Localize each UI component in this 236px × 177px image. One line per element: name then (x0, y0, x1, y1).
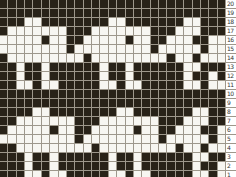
stitch-cell-r5-c27 (0, 135, 7, 143)
stitch-cell-r5-c18 (75, 135, 82, 143)
stitch-cell-r18-c6 (176, 18, 183, 26)
stitch-cell-r14-c2 (209, 54, 216, 62)
stitch-cell-r4-c24 (25, 144, 32, 152)
stitch-cell-r10-c20 (59, 90, 66, 98)
stitch-cell-r6-c12 (126, 126, 133, 134)
stitch-cell-r13-c24 (25, 63, 32, 71)
stitch-cell-r8-c7 (167, 108, 174, 116)
stitch-cell-r15-c12 (126, 45, 133, 53)
stitch-cell-r20-c3 (201, 0, 208, 8)
stitch-cell-r14-c1 (218, 54, 225, 62)
stitch-cell-r5-c7 (167, 135, 174, 143)
stitch-cell-r19-c7 (167, 9, 174, 17)
stitch-cell-r13-c18 (75, 63, 82, 71)
stitch-cell-r5-c5 (184, 135, 191, 143)
stitch-cell-r12-c20 (59, 72, 66, 80)
stitch-cell-r6-c7 (167, 126, 174, 134)
stitch-cell-r11-c10 (142, 81, 149, 89)
stitch-cell-r3-c27 (0, 153, 7, 161)
stitch-cell-r19-c15 (100, 9, 107, 17)
stitch-cell-r17-c17 (84, 27, 91, 35)
stitch-cell-r20-c10 (142, 0, 149, 8)
row-label-14: 14 (226, 54, 236, 62)
stitch-cell-r20-c18 (75, 0, 82, 8)
stitch-grid: 2019181716151413121110987654321272625242… (0, 0, 236, 177)
stitch-cell-r11-c13 (117, 81, 124, 89)
stitch-cell-r5-c8 (159, 135, 166, 143)
stitch-cell-r10-c4 (193, 90, 200, 98)
stitch-cell-r5-c26 (8, 135, 15, 143)
stitch-cell-r8-c19 (67, 108, 74, 116)
stitch-cell-r13-c15 (100, 63, 107, 71)
stitch-cell-r20-c7 (167, 0, 174, 8)
stitch-cell-r2-c25 (17, 162, 24, 170)
stitch-cell-r19-c23 (33, 9, 40, 17)
stitch-cell-r5-c22 (42, 135, 49, 143)
stitch-cell-r20-c21 (50, 0, 57, 8)
stitch-cell-r17-c13 (117, 27, 124, 35)
stitch-cell-r8-c18 (75, 108, 82, 116)
stitch-cell-r16-c16 (92, 36, 99, 44)
row-label-2: 2 (226, 162, 236, 170)
stitch-cell-r4-c13 (117, 144, 124, 152)
stitch-cell-r1-c9 (151, 171, 158, 177)
stitch-cell-r15-c4 (193, 45, 200, 53)
stitch-cell-r12-c15 (100, 72, 107, 80)
stitch-cell-r15-c5 (184, 45, 191, 53)
stitch-cell-r4-c20 (59, 144, 66, 152)
stitch-cell-r12-c8 (159, 72, 166, 80)
stitch-cell-r20-c4 (193, 0, 200, 8)
stitch-cell-r10-c9 (151, 90, 158, 98)
stitch-cell-r20-c15 (100, 0, 107, 8)
stitch-cell-r3-c23 (33, 153, 40, 161)
stitch-cell-r14-c9 (151, 54, 158, 62)
stitch-cell-r10-c14 (109, 90, 116, 98)
stitch-cell-r5-c2 (209, 135, 216, 143)
stitch-cell-r3-c20 (59, 153, 66, 161)
stitch-cell-r6-c13 (117, 126, 124, 134)
stitch-cell-r1-c1 (218, 171, 225, 177)
stitch-cell-r19-c9 (151, 9, 158, 17)
stitch-cell-r1-c24 (25, 171, 32, 177)
stitch-cell-r7-c14 (109, 117, 116, 125)
stitch-cell-r4-c19 (67, 144, 74, 152)
stitch-cell-r5-c10 (142, 135, 149, 143)
stitch-cell-r16-c11 (134, 36, 141, 44)
stitch-cell-r1-c5 (184, 171, 191, 177)
stitch-cell-r16-c21 (50, 36, 57, 44)
stitch-cell-r3-c3 (201, 153, 208, 161)
stitch-cell-r20-c26 (8, 0, 15, 8)
stitch-cell-r7-c4 (193, 117, 200, 125)
stitch-cell-r11-c9 (151, 81, 158, 89)
stitch-cell-r19-c11 (134, 9, 141, 17)
stitch-cell-r14-c4 (193, 54, 200, 62)
stitch-cell-r16-c20 (59, 36, 66, 44)
stitch-cell-r1-c3 (201, 171, 208, 177)
stitch-cell-r17-c1 (218, 27, 225, 35)
stitch-cell-r8-c3 (201, 108, 208, 116)
stitch-cell-r3-c5 (184, 153, 191, 161)
stitch-cell-r14-c17 (84, 54, 91, 62)
stitch-cell-r12-c22 (42, 72, 49, 80)
stitch-cell-r15-c17 (84, 45, 91, 53)
stitch-cell-r19-c26 (8, 9, 15, 17)
stitch-cell-r1-c17 (84, 171, 91, 177)
stitch-cell-r2-c5 (184, 162, 191, 170)
stitch-cell-r3-c10 (142, 153, 149, 161)
stitch-cell-r8-c21 (50, 108, 57, 116)
stitch-cell-r20-c6 (176, 0, 183, 8)
stitch-cell-r9-c1 (218, 99, 225, 107)
stitch-cell-r14-c26 (8, 54, 15, 62)
stitch-cell-r19-c10 (142, 9, 149, 17)
stitch-cell-r1-c7 (167, 171, 174, 177)
stitch-cell-r9-c10 (142, 99, 149, 107)
stitch-cell-r19-c17 (84, 9, 91, 17)
stitch-cell-r3-c26 (8, 153, 15, 161)
stitch-cell-r1-c10 (142, 171, 149, 177)
stitch-cell-r17-c15 (100, 27, 107, 35)
stitch-cell-r16-c15 (100, 36, 107, 44)
stitch-cell-r5-c4 (193, 135, 200, 143)
stitch-cell-r4-c18 (75, 144, 82, 152)
stitch-cell-r12-c1 (218, 72, 225, 80)
stitch-cell-r20-c17 (84, 0, 91, 8)
stitch-cell-r3-c1 (218, 153, 225, 161)
stitch-cell-r19-c4 (193, 9, 200, 17)
stitch-cell-r19-c22 (42, 9, 49, 17)
stitch-cell-r14-c21 (50, 54, 57, 62)
row-label-4: 4 (226, 144, 236, 152)
stitch-cell-r9-c18 (75, 99, 82, 107)
stitch-cell-r11-c7 (167, 81, 174, 89)
stitch-cell-r17-c23 (33, 27, 40, 35)
stitch-cell-r5-c11 (134, 135, 141, 143)
stitch-cell-r8-c8 (159, 108, 166, 116)
stitch-cell-r7-c3 (201, 117, 208, 125)
stitch-cell-r18-c16 (92, 18, 99, 26)
stitch-cell-r8-c11 (134, 108, 141, 116)
stitch-cell-r7-c18 (75, 117, 82, 125)
stitch-cell-r9-c16 (92, 99, 99, 107)
stitch-cell-r6-c16 (92, 126, 99, 134)
stitch-cell-r15-c18 (75, 45, 82, 53)
stitch-cell-r17-c22 (42, 27, 49, 35)
stitch-cell-r2-c8 (159, 162, 166, 170)
stitch-cell-r19-c25 (17, 9, 24, 17)
stitch-cell-r3-c13 (117, 153, 124, 161)
stitch-cell-r15-c25 (17, 45, 24, 53)
stitch-cell-r20-c14 (109, 0, 116, 8)
stitch-cell-r14-c6 (176, 54, 183, 62)
stitch-cell-r9-c15 (100, 99, 107, 107)
stitch-cell-r10-c13 (117, 90, 124, 98)
stitch-cell-r12-c14 (109, 72, 116, 80)
row-label-18: 18 (226, 18, 236, 26)
stitch-cell-r8-c4 (193, 108, 200, 116)
stitch-cell-r15-c26 (8, 45, 15, 53)
stitch-cell-r13-c5 (184, 63, 191, 71)
stitch-cell-r9-c23 (33, 99, 40, 107)
stitch-cell-r15-c1 (218, 45, 225, 53)
stitch-cell-r5-c17 (84, 135, 91, 143)
stitch-cell-r8-c20 (59, 108, 66, 116)
stitch-cell-r13-c7 (167, 63, 174, 71)
stitch-cell-r17-c16 (92, 27, 99, 35)
stitch-cell-r16-c22 (42, 36, 49, 44)
stitch-cell-r14-c10 (142, 54, 149, 62)
stitch-cell-r9-c11 (134, 99, 141, 107)
stitch-cell-r18-c22 (42, 18, 49, 26)
stitch-cell-r16-c19 (67, 36, 74, 44)
stitch-cell-r1-c18 (75, 171, 82, 177)
stitch-cell-r15-c19 (67, 45, 74, 53)
stitch-cell-r7-c17 (84, 117, 91, 125)
row-label-6: 6 (226, 126, 236, 134)
stitch-cell-r11-c12 (126, 81, 133, 89)
stitch-cell-r2-c22 (42, 162, 49, 170)
stitch-cell-r1-c21 (50, 171, 57, 177)
stitch-cell-r10-c1 (218, 90, 225, 98)
stitch-cell-r10-c19 (67, 90, 74, 98)
stitch-cell-r5-c3 (201, 135, 208, 143)
stitch-cell-r20-c2 (209, 0, 216, 8)
stitch-cell-r17-c8 (159, 27, 166, 35)
stitch-cell-r20-c9 (151, 0, 158, 8)
stitch-cell-r4-c27 (0, 144, 7, 152)
stitch-cell-r16-c14 (109, 36, 116, 44)
stitch-cell-r6-c15 (100, 126, 107, 134)
stitch-cell-r16-c23 (33, 36, 40, 44)
stitch-cell-r17-c10 (142, 27, 149, 35)
stitch-cell-r9-c6 (176, 99, 183, 107)
stitch-cell-r7-c11 (134, 117, 141, 125)
stitch-cell-r10-c21 (50, 90, 57, 98)
stitch-cell-r7-c20 (59, 117, 66, 125)
stitch-cell-r3-c25 (17, 153, 24, 161)
stitch-cell-r3-c4 (193, 153, 200, 161)
stitch-cell-r13-c4 (193, 63, 200, 71)
stitch-cell-r8-c26 (8, 108, 15, 116)
stitch-cell-r16-c17 (84, 36, 91, 44)
row-label-15: 15 (226, 45, 236, 53)
stitch-cell-r7-c27 (0, 117, 7, 125)
stitch-cell-r6-c6 (176, 126, 183, 134)
stitch-cell-r10-c23 (33, 90, 40, 98)
stitch-cell-r13-c27 (0, 63, 7, 71)
stitch-cell-r4-c3 (201, 144, 208, 152)
stitch-cell-r12-c11 (134, 72, 141, 80)
stitch-cell-r5-c14 (109, 135, 116, 143)
stitch-cell-r6-c19 (67, 126, 74, 134)
stitch-cell-r11-c14 (109, 81, 116, 89)
stitch-cell-r12-c24 (25, 72, 32, 80)
stitch-cell-r9-c8 (159, 99, 166, 107)
stitch-cell-r12-c9 (151, 72, 158, 80)
stitch-cell-r19-c20 (59, 9, 66, 17)
stitch-cell-r13-c23 (33, 63, 40, 71)
stitch-cell-r4-c17 (84, 144, 91, 152)
stitch-cell-r11-c2 (209, 81, 216, 89)
stitch-cell-r6-c2 (209, 126, 216, 134)
stitch-cell-r6-c25 (17, 126, 24, 134)
stitch-cell-r13-c10 (142, 63, 149, 71)
stitch-cell-r11-c4 (193, 81, 200, 89)
stitch-cell-r6-c27 (0, 126, 7, 134)
stitch-cell-r10-c11 (134, 90, 141, 98)
stitch-cell-r12-c5 (184, 72, 191, 80)
stitch-cell-r4-c10 (142, 144, 149, 152)
stitch-cell-r13-c21 (50, 63, 57, 71)
stitch-cell-r19-c24 (25, 9, 32, 17)
stitch-cell-r17-c18 (75, 27, 82, 35)
stitch-cell-r9-c3 (201, 99, 208, 107)
stitch-cell-r3-c24 (25, 153, 32, 161)
stitch-cell-r9-c21 (50, 99, 57, 107)
stitch-cell-r1-c14 (109, 171, 116, 177)
stitch-cell-r14-c11 (134, 54, 141, 62)
stitch-cell-r7-c7 (167, 117, 174, 125)
stitch-cell-r19-c16 (92, 9, 99, 17)
stitch-cell-r1-c19 (67, 171, 74, 177)
stitch-cell-r4-c9 (151, 144, 158, 152)
stitch-cell-r20-c13 (117, 0, 124, 8)
stitch-cell-r1-c11 (134, 171, 141, 177)
stitch-cell-r17-c9 (151, 27, 158, 35)
stitch-cell-r3-c2 (209, 153, 216, 161)
stitch-cell-r13-c25 (17, 63, 24, 71)
stitch-cell-r19-c6 (176, 9, 183, 17)
stitch-cell-r2-c26 (8, 162, 15, 170)
stitch-cell-r6-c5 (184, 126, 191, 134)
stitch-cell-r1-c6 (176, 171, 183, 177)
stitch-cell-r8-c13 (117, 108, 124, 116)
stitch-cell-r16-c24 (25, 36, 32, 44)
stitch-cell-r3-c22 (42, 153, 49, 161)
stitch-cell-r14-c24 (25, 54, 32, 62)
stitch-cell-r7-c23 (33, 117, 40, 125)
stitch-cell-r2-c6 (176, 162, 183, 170)
stitch-cell-r16-c1 (218, 36, 225, 44)
stitch-cell-r18-c23 (33, 18, 40, 26)
stitch-cell-r1-c16 (92, 171, 99, 177)
stitch-cell-r7-c25 (17, 117, 24, 125)
row-label-8: 8 (226, 108, 236, 116)
stitch-cell-r5-c19 (67, 135, 74, 143)
stitch-cell-r11-c24 (25, 81, 32, 89)
stitch-cell-r3-c19 (67, 153, 74, 161)
stitch-cell-r14-c25 (17, 54, 24, 62)
stitch-cell-r9-c14 (109, 99, 116, 107)
stitch-cell-r3-c8 (159, 153, 166, 161)
stitch-cell-r2-c2 (209, 162, 216, 170)
stitch-cell-r9-c20 (59, 99, 66, 107)
stitch-cell-r7-c24 (25, 117, 32, 125)
stitch-cell-r3-c9 (151, 153, 158, 161)
stitch-cell-r3-c15 (100, 153, 107, 161)
stitch-cell-r8-c24 (25, 108, 32, 116)
stitch-cell-r1-c8 (159, 171, 166, 177)
stitch-cell-r5-c9 (151, 135, 158, 143)
stitch-cell-r2-c14 (109, 162, 116, 170)
stitch-cell-r16-c4 (193, 36, 200, 44)
stitch-cell-r18-c10 (142, 18, 149, 26)
stitch-cell-r13-c2 (209, 63, 216, 71)
stitch-cell-r4-c11 (134, 144, 141, 152)
stitch-cell-r11-c17 (84, 81, 91, 89)
stitch-cell-r20-c19 (67, 0, 74, 8)
stitch-cell-r9-c24 (25, 99, 32, 107)
stitch-cell-r4-c16 (92, 144, 99, 152)
row-label-5: 5 (226, 135, 236, 143)
stitch-cell-r8-c9 (151, 108, 158, 116)
stitch-cell-r10-c6 (176, 90, 183, 98)
stitch-cell-r18-c26 (8, 18, 15, 26)
stitch-cell-r7-c6 (176, 117, 183, 125)
stitch-cell-r13-c17 (84, 63, 91, 71)
stitch-cell-r10-c5 (184, 90, 191, 98)
stitch-cell-r15-c20 (59, 45, 66, 53)
stitch-cell-r3-c14 (109, 153, 116, 161)
stitch-cell-r4-c14 (109, 144, 116, 152)
stitch-cell-r18-c15 (100, 18, 107, 26)
stitch-cell-r8-c17 (84, 108, 91, 116)
stitch-cell-r6-c23 (33, 126, 40, 134)
stitch-cell-r12-c12 (126, 72, 133, 80)
stitch-cell-r20-c23 (33, 0, 40, 8)
stitch-cell-r2-c7 (167, 162, 174, 170)
stitch-cell-r20-c27 (0, 0, 7, 8)
stitch-cell-r7-c21 (50, 117, 57, 125)
stitch-cell-r8-c16 (92, 108, 99, 116)
stitch-cell-r2-c24 (25, 162, 32, 170)
stitch-cell-r20-c11 (134, 0, 141, 8)
stitch-cell-r7-c15 (100, 117, 107, 125)
stitch-cell-r1-c15 (100, 171, 107, 177)
stitch-cell-r2-c16 (92, 162, 99, 170)
stitch-cell-r7-c26 (8, 117, 15, 125)
stitch-cell-r6-c22 (42, 126, 49, 134)
stitch-cell-r11-c11 (134, 81, 141, 89)
stitch-cell-r15-c13 (117, 45, 124, 53)
stitch-cell-r5-c25 (17, 135, 24, 143)
stitch-cell-r11-c16 (92, 81, 99, 89)
stitch-cell-r17-c4 (193, 27, 200, 35)
stitch-cell-r7-c13 (117, 117, 124, 125)
stitch-cell-r13-c12 (126, 63, 133, 71)
stitch-cell-r14-c22 (42, 54, 49, 62)
stitch-cell-r16-c2 (209, 36, 216, 44)
stitch-cell-r18-c24 (25, 18, 32, 26)
stitch-cell-r15-c14 (109, 45, 116, 53)
stitch-cell-r5-c15 (100, 135, 107, 143)
stitch-cell-r7-c5 (184, 117, 191, 125)
stitch-cell-r2-c15 (100, 162, 107, 170)
stitch-cell-r9-c27 (0, 99, 7, 107)
row-label-1: 1 (226, 171, 236, 177)
stitch-cell-r6-c21 (50, 126, 57, 134)
stitch-cell-r19-c27 (0, 9, 7, 17)
stitch-cell-r12-c25 (17, 72, 24, 80)
stitch-cell-r16-c26 (8, 36, 15, 44)
stitch-cell-r15-c22 (42, 45, 49, 53)
row-label-9: 9 (226, 99, 236, 107)
stitch-cell-r7-c19 (67, 117, 74, 125)
stitch-cell-r13-c19 (67, 63, 74, 71)
stitch-cell-r11-c20 (59, 81, 66, 89)
